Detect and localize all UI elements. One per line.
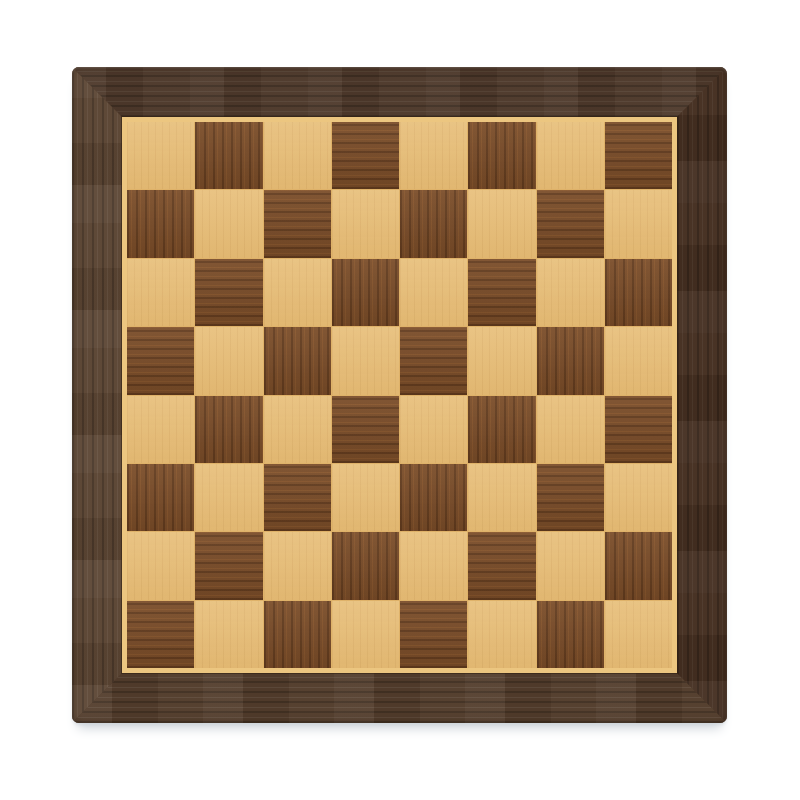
square-a4[interactable] — [127, 396, 194, 463]
board-frame-left — [72, 67, 122, 723]
square-a7[interactable] — [127, 190, 194, 257]
square-h4[interactable] — [605, 396, 672, 463]
square-e3[interactable] — [400, 464, 467, 531]
square-h2[interactable] — [605, 532, 672, 599]
square-e7[interactable] — [400, 190, 467, 257]
square-a3[interactable] — [127, 464, 194, 531]
product-photo-background — [0, 0, 800, 800]
square-d3[interactable] — [332, 464, 399, 531]
square-e1[interactable] — [400, 601, 467, 668]
square-a6[interactable] — [127, 259, 194, 326]
square-f4[interactable] — [468, 396, 535, 463]
square-c5[interactable] — [264, 327, 331, 394]
square-d4[interactable] — [332, 396, 399, 463]
square-c1[interactable] — [264, 601, 331, 668]
square-g5[interactable] — [537, 327, 604, 394]
square-e5[interactable] — [400, 327, 467, 394]
square-b2[interactable] — [195, 532, 262, 599]
board-grid — [127, 122, 672, 668]
square-d5[interactable] — [332, 327, 399, 394]
square-b7[interactable] — [195, 190, 262, 257]
square-c6[interactable] — [264, 259, 331, 326]
square-b4[interactable] — [195, 396, 262, 463]
board-frame-right — [677, 67, 727, 723]
square-f5[interactable] — [468, 327, 535, 394]
square-a1[interactable] — [127, 601, 194, 668]
square-f2[interactable] — [468, 532, 535, 599]
square-c7[interactable] — [264, 190, 331, 257]
square-b8[interactable] — [195, 122, 262, 189]
square-c3[interactable] — [264, 464, 331, 531]
square-d6[interactable] — [332, 259, 399, 326]
board-frame-bottom — [72, 673, 727, 723]
square-a5[interactable] — [127, 327, 194, 394]
square-h3[interactable] — [605, 464, 672, 531]
board-frame-top — [72, 67, 727, 117]
square-b6[interactable] — [195, 259, 262, 326]
square-d7[interactable] — [332, 190, 399, 257]
square-f3[interactable] — [468, 464, 535, 531]
square-e4[interactable] — [400, 396, 467, 463]
square-f8[interactable] — [468, 122, 535, 189]
square-g6[interactable] — [537, 259, 604, 326]
square-f7[interactable] — [468, 190, 535, 257]
square-e8[interactable] — [400, 122, 467, 189]
square-b5[interactable] — [195, 327, 262, 394]
square-g7[interactable] — [537, 190, 604, 257]
square-g4[interactable] — [537, 396, 604, 463]
square-c8[interactable] — [264, 122, 331, 189]
square-e6[interactable] — [400, 259, 467, 326]
square-g1[interactable] — [537, 601, 604, 668]
square-h8[interactable] — [605, 122, 672, 189]
square-g8[interactable] — [537, 122, 604, 189]
square-f6[interactable] — [468, 259, 535, 326]
chessboard — [72, 67, 727, 723]
square-g3[interactable] — [537, 464, 604, 531]
square-c4[interactable] — [264, 396, 331, 463]
square-a2[interactable] — [127, 532, 194, 599]
square-d8[interactable] — [332, 122, 399, 189]
square-e2[interactable] — [400, 532, 467, 599]
square-h7[interactable] — [605, 190, 672, 257]
square-d2[interactable] — [332, 532, 399, 599]
square-d1[interactable] — [332, 601, 399, 668]
square-b3[interactable] — [195, 464, 262, 531]
square-h1[interactable] — [605, 601, 672, 668]
square-b1[interactable] — [195, 601, 262, 668]
square-h6[interactable] — [605, 259, 672, 326]
square-a8[interactable] — [127, 122, 194, 189]
square-g2[interactable] — [537, 532, 604, 599]
square-h5[interactable] — [605, 327, 672, 394]
board-inlay-border — [122, 117, 677, 673]
square-f1[interactable] — [468, 601, 535, 668]
square-c2[interactable] — [264, 532, 331, 599]
